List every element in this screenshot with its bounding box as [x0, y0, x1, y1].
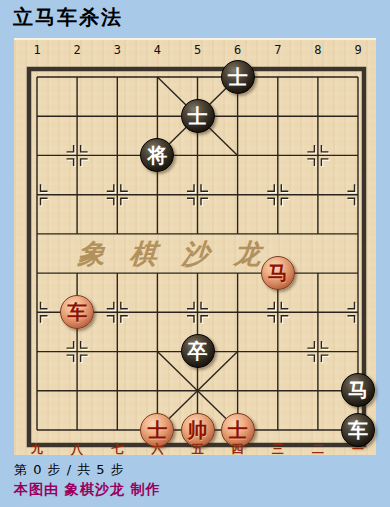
black-soldier[interactable]: 卒 [181, 334, 215, 368]
column-cjk-label: 六 [151, 441, 163, 458]
black-advisor-1[interactable]: 士 [221, 60, 255, 94]
column-cjk-label: 一 [352, 441, 364, 458]
board-grid[interactable]: 士士将马车卒马士帅士车 [17, 57, 378, 449]
column-cjk-label: 七 [111, 441, 123, 458]
xiangqi-board: 123456789 象棋沙龙 士士将马车卒马士帅士车 九八七六五四三二一 [14, 38, 376, 455]
column-cjk-label: 八 [71, 441, 83, 458]
column-cjk-label: 九 [31, 441, 43, 458]
column-cjk-label: 五 [192, 441, 204, 458]
column-cjk-label: 二 [312, 441, 324, 458]
move-counter: 第 0 步 / 共 5 步 [14, 461, 125, 479]
page-title: 立马车杀法 [13, 4, 123, 31]
black-advisor-2[interactable]: 士 [181, 99, 215, 133]
column-cjk-label: 四 [232, 441, 244, 458]
red-chariot[interactable]: 车 [60, 295, 94, 329]
red-horse[interactable]: 马 [261, 256, 295, 290]
credit-text: 本图由 象棋沙龙 制作 [14, 481, 161, 499]
column-cjk-label: 三 [272, 441, 284, 458]
black-horse[interactable]: 马 [341, 373, 375, 407]
black-general[interactable]: 将 [140, 138, 174, 172]
